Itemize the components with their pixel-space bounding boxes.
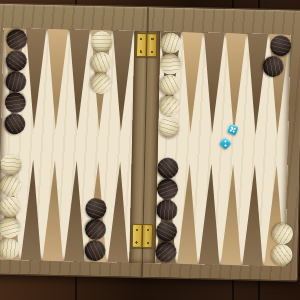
- point-5[interactable]: [176, 163, 200, 264]
- point-22[interactable]: [223, 33, 247, 134]
- point-4[interactable]: [198, 163, 222, 264]
- table-surface: [0, 0, 300, 300]
- point-11[interactable]: [20, 159, 44, 260]
- point-21[interactable]: [201, 32, 225, 133]
- backgammon-board: [0, 2, 300, 281]
- point-15[interactable]: [45, 29, 69, 130]
- point-2[interactable]: [242, 164, 266, 265]
- point-20[interactable]: [179, 32, 203, 133]
- brass-hinge-bottom: [131, 224, 153, 248]
- point-10[interactable]: [42, 160, 66, 261]
- playing-field: [0, 28, 290, 266]
- point-7[interactable]: [107, 161, 131, 262]
- point-23[interactable]: [245, 33, 269, 134]
- point-3[interactable]: [220, 164, 244, 265]
- left-board-half: [0, 28, 134, 263]
- point-18[interactable]: [110, 30, 134, 131]
- right-board-half: [155, 31, 291, 266]
- point-16[interactable]: [66, 29, 90, 130]
- brass-hinge-top: [135, 33, 157, 57]
